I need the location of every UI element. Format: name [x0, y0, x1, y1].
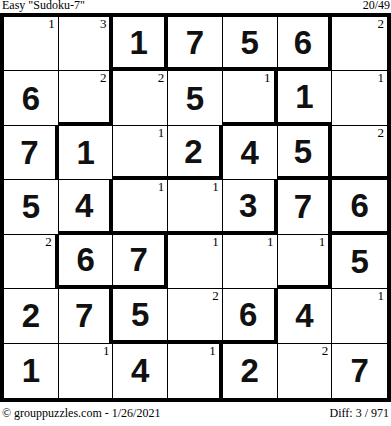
cell-r6c3: 5 — [113, 289, 168, 343]
given-digit: 6 — [76, 243, 94, 276]
cell-r4c4[interactable]: 1 — [168, 180, 223, 234]
cell-r5c3: 7 — [113, 235, 168, 289]
hint-level: 1 — [212, 235, 219, 249]
hint-level: 1 — [212, 180, 219, 194]
given-digit: 3 — [239, 189, 257, 222]
cell-r7c1: 1 — [4, 344, 59, 398]
cell-r3c4: 2 — [168, 126, 223, 180]
given-digit: 5 — [186, 82, 204, 115]
given-digit: 1 — [22, 354, 40, 387]
sudoku-board: 1317562622511171124525411376267111527526… — [0, 13, 391, 402]
cell-r5c1[interactable]: 2 — [4, 235, 59, 289]
cell-counter: 20/49 — [363, 0, 390, 12]
cell-r5c5[interactable]: 1 — [223, 235, 278, 289]
cell-r1c6: 6 — [278, 17, 333, 71]
hint-level: 2 — [212, 289, 219, 303]
hint-level: 1 — [264, 71, 271, 85]
given-digit: 6 — [239, 298, 257, 331]
given-digit: 5 — [131, 298, 149, 331]
given-digit: 7 — [20, 136, 38, 169]
sudoku-grid: 1317562622511171124525411376267111527526… — [4, 17, 387, 398]
cell-r1c4: 7 — [168, 17, 223, 71]
cell-r6c1: 2 — [4, 289, 59, 343]
cell-r7c3: 4 — [113, 344, 168, 398]
given-digit: 7 — [350, 354, 368, 387]
given-digit: 1 — [76, 136, 94, 169]
cell-r4c6: 7 — [278, 180, 333, 234]
cell-r5c7: 5 — [332, 235, 387, 289]
given-digit: 5 — [241, 26, 259, 59]
cell-r6c2: 7 — [59, 289, 114, 343]
given-digit: 7 — [294, 190, 312, 223]
cell-r2c5[interactable]: 1 — [223, 71, 278, 125]
difficulty-text: Diff: 3 / 971 — [330, 406, 389, 420]
hint-level: 2 — [45, 235, 52, 249]
cell-r6c5: 6 — [223, 289, 278, 343]
given-digit: 4 — [131, 354, 149, 387]
hint-level: 1 — [158, 126, 165, 140]
cell-r7c5: 2 — [223, 344, 278, 398]
cell-r1c5: 5 — [223, 17, 278, 71]
hint-level: 1 — [158, 180, 165, 194]
hint-level: 2 — [378, 126, 385, 140]
given-digit: 7 — [75, 299, 93, 332]
cell-r3c3[interactable]: 1 — [113, 126, 168, 180]
given-digit: 7 — [130, 243, 148, 276]
cell-r5c4[interactable]: 1 — [168, 235, 223, 289]
given-digit: 1 — [130, 26, 148, 59]
cell-r1c3: 1 — [113, 17, 168, 71]
cell-r1c7[interactable]: 2 — [332, 17, 387, 71]
hint-level: 1 — [267, 235, 274, 249]
cell-r2c3[interactable]: 2 — [113, 71, 168, 125]
cell-r3c2: 1 — [59, 126, 114, 180]
hint-level: 2 — [100, 71, 107, 85]
hint-level: 2 — [158, 71, 165, 85]
given-digit: 1 — [295, 80, 313, 113]
cell-r5c2: 6 — [59, 235, 114, 289]
given-digit: 4 — [75, 189, 93, 222]
cell-r2c7[interactable]: 1 — [332, 71, 387, 125]
given-digit: 4 — [241, 136, 259, 169]
given-digit: 6 — [22, 82, 40, 115]
cell-r3c1: 7 — [4, 126, 59, 180]
hint-level: 1 — [378, 71, 385, 85]
cell-r4c1: 5 — [4, 180, 59, 234]
cell-r1c1[interactable]: 1 — [4, 17, 59, 71]
hint-level: 2 — [378, 17, 385, 31]
cell-r7c6[interactable]: 2 — [278, 344, 333, 398]
page-footer: © grouppuzzles.com - 1/26/2021 Diff: 3 /… — [2, 406, 389, 420]
hint-level: 1 — [319, 235, 326, 249]
given-digit: 6 — [294, 26, 312, 59]
copyright-text: © grouppuzzles.com - 1/26/2021 — [2, 406, 160, 420]
cell-r2c1: 6 — [4, 71, 59, 125]
page-header: Easy "Sudoku-7" 20/49 — [2, 0, 390, 13]
cell-r5c6[interactable]: 1 — [278, 235, 333, 289]
cell-r7c4[interactable]: 1 — [168, 344, 223, 398]
cell-r2c4: 5 — [168, 71, 223, 125]
cell-r4c7: 6 — [332, 180, 387, 234]
cell-r6c4[interactable]: 2 — [168, 289, 223, 343]
given-digit: 2 — [241, 354, 259, 387]
given-digit: 4 — [295, 299, 313, 332]
given-digit: 7 — [186, 26, 204, 59]
cell-r6c7[interactable]: 1 — [332, 289, 387, 343]
cell-r3c5: 4 — [223, 126, 278, 180]
hint-level: 3 — [100, 17, 107, 31]
given-digit: 2 — [184, 135, 202, 168]
cell-r4c3[interactable]: 1 — [113, 180, 168, 234]
cell-r4c2: 4 — [59, 180, 114, 234]
cell-r1c2[interactable]: 3 — [59, 17, 114, 71]
hint-level: 1 — [103, 344, 110, 358]
given-digit: 5 — [350, 245, 368, 278]
given-digit: 5 — [294, 135, 312, 168]
cell-r3c7[interactable]: 2 — [332, 126, 387, 180]
cell-r3c6: 5 — [278, 126, 333, 180]
given-digit: 6 — [350, 189, 368, 222]
hint-level: 1 — [378, 289, 385, 303]
cell-r7c2[interactable]: 1 — [59, 344, 114, 398]
cell-r4c5: 3 — [223, 180, 278, 234]
cell-r6c6: 4 — [278, 289, 333, 343]
puzzle-title: Easy "Sudoku-7" — [2, 0, 85, 12]
cell-r7c7: 7 — [332, 344, 387, 398]
hint-level: 1 — [209, 344, 216, 358]
cell-r2c2[interactable]: 2 — [59, 71, 114, 125]
cell-r2c6: 1 — [278, 71, 333, 125]
given-digit: 2 — [22, 299, 40, 332]
given-digit: 5 — [22, 190, 40, 223]
hint-level: 2 — [322, 344, 329, 358]
hint-level: 1 — [48, 17, 55, 31]
